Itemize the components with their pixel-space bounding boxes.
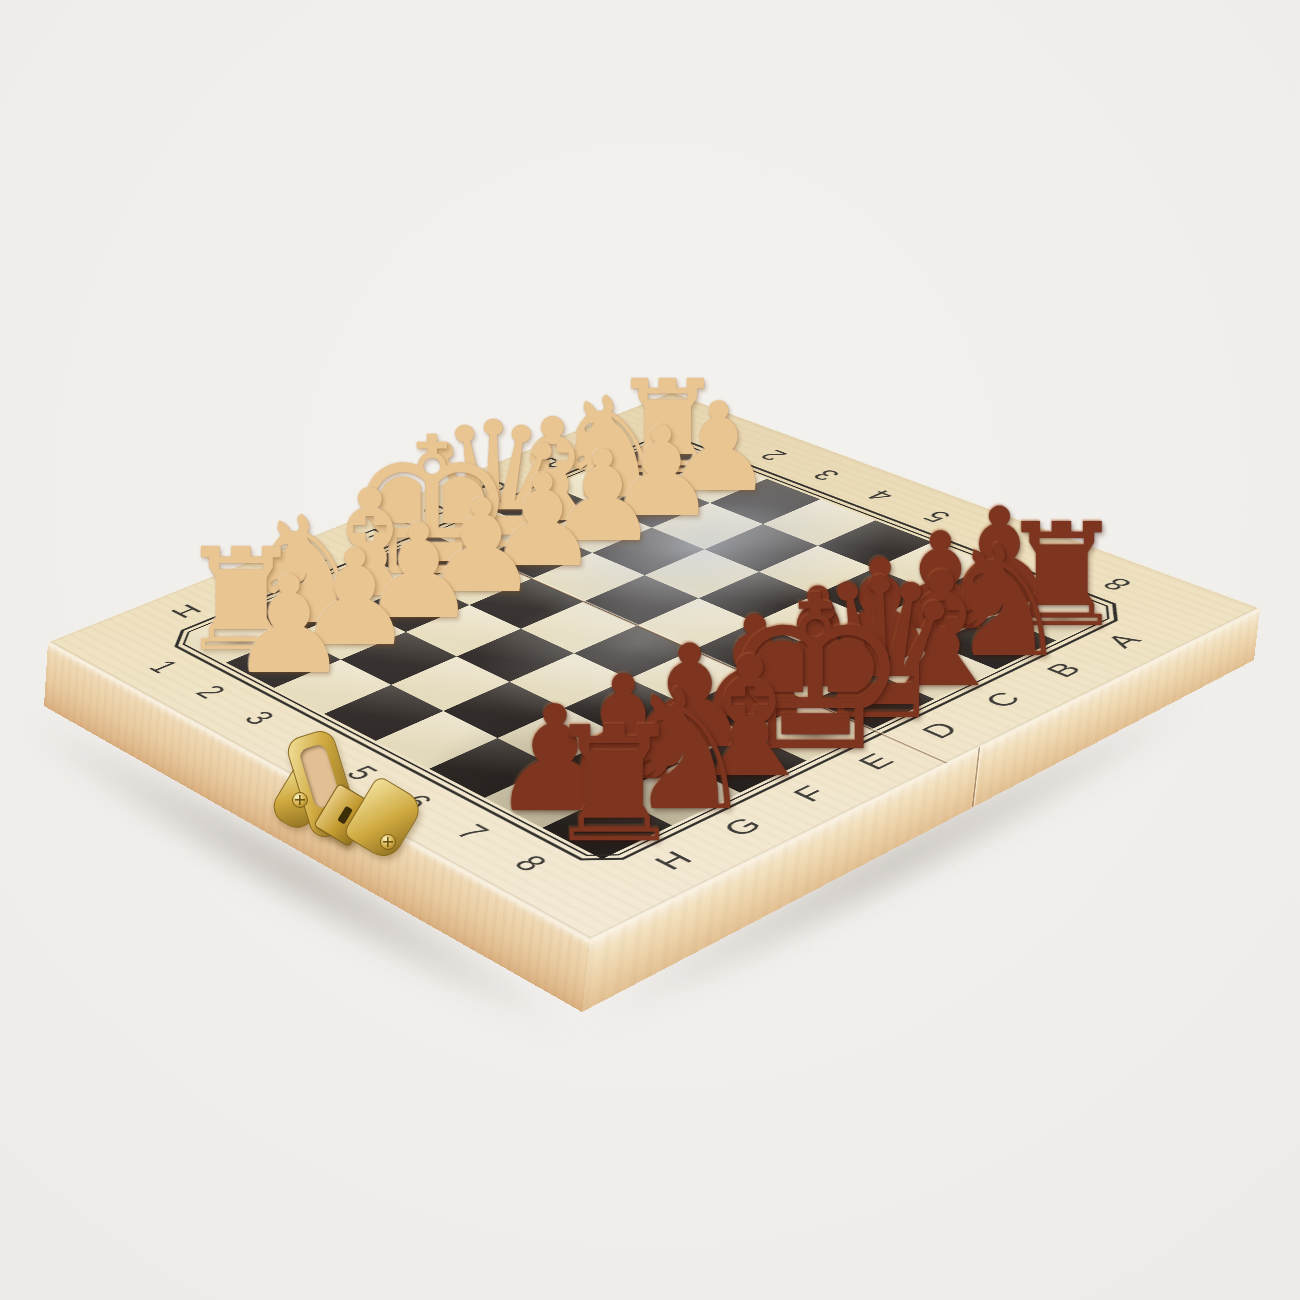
- brass-clasp: [268, 688, 448, 903]
- coord-label: 3: [806, 466, 847, 483]
- piece-white-pawn-h2[interactable]: ♟: [229, 559, 350, 694]
- clasp-catch-plate: [342, 775, 426, 864]
- coord-label: 2: [187, 682, 233, 703]
- fold-seam-side: [972, 747, 981, 808]
- clasp-screw-right-icon: [380, 834, 396, 850]
- pieces-layer: ♜♞♝♛♚♝♞♜♟♟♟♟♟♟♟♟♟♟♟♟♟♟♟♟♜♞♝♛♚♝♞♜: [0, 0, 1300, 1300]
- product-photo-stage: HH11GG22FF33EE44DD55CC66BB77AA88 ♜♞♝♛♚♝♞…: [0, 0, 1300, 1300]
- coord-label: 4: [860, 486, 902, 504]
- piece-black-rook-h8[interactable]: ♜: [543, 707, 685, 866]
- clasp-screw-left-icon: [292, 792, 308, 808]
